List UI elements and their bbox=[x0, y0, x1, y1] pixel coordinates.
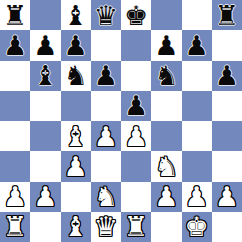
square-f1[interactable] bbox=[151, 212, 181, 242]
square-c7[interactable]: ♟ bbox=[61, 30, 91, 60]
square-g3[interactable] bbox=[182, 151, 212, 181]
square-a7[interactable]: ♟ bbox=[0, 30, 30, 60]
white-queen[interactable]: ♛ bbox=[94, 213, 118, 240]
square-h1[interactable] bbox=[212, 212, 242, 242]
square-f4[interactable] bbox=[151, 121, 181, 151]
square-b3[interactable] bbox=[30, 151, 60, 181]
black-pawn[interactable]: ♟ bbox=[215, 62, 239, 89]
square-g5[interactable] bbox=[182, 91, 212, 121]
square-f8[interactable] bbox=[151, 0, 181, 30]
square-c1[interactable]: ♝ bbox=[61, 212, 91, 242]
square-f7[interactable]: ♟ bbox=[151, 30, 181, 60]
square-f2[interactable]: ♟ bbox=[151, 182, 181, 212]
black-pawn[interactable]: ♟ bbox=[33, 32, 57, 59]
square-e6[interactable] bbox=[121, 61, 151, 91]
white-king[interactable]: ♚ bbox=[185, 213, 209, 240]
square-d4[interactable]: ♟ bbox=[91, 121, 121, 151]
black-queen[interactable]: ♛ bbox=[94, 2, 118, 29]
square-d7[interactable] bbox=[91, 30, 121, 60]
black-bishop[interactable]: ♝ bbox=[64, 2, 88, 29]
square-a8[interactable]: ♜ bbox=[0, 0, 30, 30]
square-d6[interactable]: ♟ bbox=[91, 61, 121, 91]
black-rook[interactable]: ♜ bbox=[215, 2, 239, 29]
square-c3[interactable]: ♟ bbox=[61, 151, 91, 181]
square-b6[interactable]: ♝ bbox=[30, 61, 60, 91]
square-g4[interactable] bbox=[182, 121, 212, 151]
square-e7[interactable] bbox=[121, 30, 151, 60]
square-c6[interactable]: ♞ bbox=[61, 61, 91, 91]
black-pawn[interactable]: ♟ bbox=[124, 92, 148, 119]
square-a3[interactable] bbox=[0, 151, 30, 181]
black-bishop[interactable]: ♝ bbox=[33, 62, 57, 89]
black-rook[interactable]: ♜ bbox=[3, 2, 27, 29]
square-e2[interactable] bbox=[121, 182, 151, 212]
square-a2[interactable]: ♟ bbox=[0, 182, 30, 212]
white-rook[interactable]: ♜ bbox=[124, 213, 148, 240]
square-f6[interactable]: ♞ bbox=[151, 61, 181, 91]
square-h5[interactable] bbox=[212, 91, 242, 121]
white-pawn[interactable]: ♟ bbox=[154, 183, 178, 210]
square-b4[interactable] bbox=[30, 121, 60, 151]
square-d3[interactable] bbox=[91, 151, 121, 181]
chess-board: ♜♝♛♚♜♟♟♟♟♟♝♞♟♞♟♟♝♟♟♟♞♟♟♞♟♟♟♜♝♛♜♚ bbox=[0, 0, 242, 242]
square-e1[interactable]: ♜ bbox=[121, 212, 151, 242]
white-knight[interactable]: ♞ bbox=[154, 153, 178, 180]
black-knight[interactable]: ♞ bbox=[154, 62, 178, 89]
white-knight[interactable]: ♞ bbox=[94, 183, 118, 210]
square-e4[interactable]: ♟ bbox=[121, 121, 151, 151]
white-pawn[interactable]: ♟ bbox=[215, 183, 239, 210]
square-h2[interactable]: ♟ bbox=[212, 182, 242, 212]
black-pawn[interactable]: ♟ bbox=[154, 32, 178, 59]
square-d5[interactable] bbox=[91, 91, 121, 121]
white-bishop[interactable]: ♝ bbox=[64, 123, 88, 150]
square-f5[interactable] bbox=[151, 91, 181, 121]
white-pawn[interactable]: ♟ bbox=[3, 183, 27, 210]
white-rook[interactable]: ♜ bbox=[3, 213, 27, 240]
square-g2[interactable]: ♟ bbox=[182, 182, 212, 212]
square-b7[interactable]: ♟ bbox=[30, 30, 60, 60]
square-g1[interactable]: ♚ bbox=[182, 212, 212, 242]
square-e5[interactable]: ♟ bbox=[121, 91, 151, 121]
white-pawn[interactable]: ♟ bbox=[124, 123, 148, 150]
black-knight[interactable]: ♞ bbox=[64, 62, 88, 89]
square-c4[interactable]: ♝ bbox=[61, 121, 91, 151]
square-h6[interactable]: ♟ bbox=[212, 61, 242, 91]
square-f3[interactable]: ♞ bbox=[151, 151, 181, 181]
square-c2[interactable] bbox=[61, 182, 91, 212]
square-e3[interactable] bbox=[121, 151, 151, 181]
square-b8[interactable] bbox=[30, 0, 60, 30]
white-pawn[interactable]: ♟ bbox=[94, 123, 118, 150]
white-pawn[interactable]: ♟ bbox=[33, 183, 57, 210]
square-h4[interactable] bbox=[212, 121, 242, 151]
square-h3[interactable] bbox=[212, 151, 242, 181]
square-a4[interactable] bbox=[0, 121, 30, 151]
square-b2[interactable]: ♟ bbox=[30, 182, 60, 212]
square-g6[interactable] bbox=[182, 61, 212, 91]
square-c8[interactable]: ♝ bbox=[61, 0, 91, 30]
black-pawn[interactable]: ♟ bbox=[3, 32, 27, 59]
square-h7[interactable] bbox=[212, 30, 242, 60]
white-pawn[interactable]: ♟ bbox=[64, 153, 88, 180]
square-g8[interactable] bbox=[182, 0, 212, 30]
square-a1[interactable]: ♜ bbox=[0, 212, 30, 242]
square-a5[interactable] bbox=[0, 91, 30, 121]
black-king[interactable]: ♚ bbox=[124, 2, 148, 29]
square-g7[interactable]: ♟ bbox=[182, 30, 212, 60]
white-pawn[interactable]: ♟ bbox=[185, 183, 209, 210]
black-pawn[interactable]: ♟ bbox=[64, 32, 88, 59]
square-d2[interactable]: ♞ bbox=[91, 182, 121, 212]
square-b1[interactable] bbox=[30, 212, 60, 242]
square-d1[interactable]: ♛ bbox=[91, 212, 121, 242]
square-a6[interactable] bbox=[0, 61, 30, 91]
square-e8[interactable]: ♚ bbox=[121, 0, 151, 30]
square-c5[interactable] bbox=[61, 91, 91, 121]
square-d8[interactable]: ♛ bbox=[91, 0, 121, 30]
square-h8[interactable]: ♜ bbox=[212, 0, 242, 30]
square-b5[interactable] bbox=[30, 91, 60, 121]
white-bishop[interactable]: ♝ bbox=[64, 213, 88, 240]
black-pawn[interactable]: ♟ bbox=[94, 62, 118, 89]
black-pawn[interactable]: ♟ bbox=[185, 32, 209, 59]
